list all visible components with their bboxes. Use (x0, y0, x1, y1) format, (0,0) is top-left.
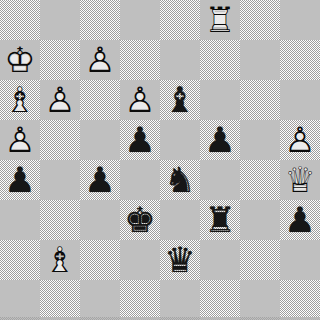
square-c7[interactable]: ♟♙ (80, 40, 120, 80)
square-e6[interactable]: ♝ (160, 80, 200, 120)
chess-diagram: ♜♖♚♔♟♙♝♗♟♙♟♙♝♟♙♟♟♟♙♟♟♞♛♕♚♜♟♝♗♛ (0, 0, 320, 320)
square-g2[interactable] (240, 240, 280, 280)
square-g5[interactable] (240, 120, 280, 160)
pawn-glyph-fill: ♟ (120, 120, 160, 160)
square-e2[interactable]: ♛ (160, 240, 200, 280)
square-b1[interactable] (40, 280, 80, 320)
queen-glyph-outline: ♕ (280, 160, 320, 200)
pawn-glyph-fill: ♟ (280, 200, 320, 240)
square-a3[interactable] (0, 200, 40, 240)
square-e4[interactable]: ♞ (160, 160, 200, 200)
square-h3[interactable]: ♟ (280, 200, 320, 240)
square-b4[interactable] (40, 160, 80, 200)
square-h7[interactable] (280, 40, 320, 80)
square-g4[interactable] (240, 160, 280, 200)
square-a1[interactable] (0, 280, 40, 320)
square-d8[interactable] (120, 0, 160, 40)
square-f7[interactable] (200, 40, 240, 80)
square-d4[interactable] (120, 160, 160, 200)
square-c2[interactable] (80, 240, 120, 280)
square-h4[interactable]: ♛♕ (280, 160, 320, 200)
square-a4[interactable]: ♟ (0, 160, 40, 200)
square-g6[interactable] (240, 80, 280, 120)
queen-glyph-fill: ♛ (160, 240, 200, 280)
square-e8[interactable] (160, 0, 200, 40)
pawn-glyph-outline: ♙ (0, 120, 40, 160)
square-d3[interactable]: ♚ (120, 200, 160, 240)
pawn-glyph-fill: ♟ (0, 160, 40, 200)
piece-black-pawn-c4[interactable]: ♟ (80, 160, 120, 200)
square-d2[interactable] (120, 240, 160, 280)
piece-white-bishop-b2[interactable]: ♝♗ (40, 240, 80, 280)
piece-black-rook-f3[interactable]: ♜ (200, 200, 240, 240)
piece-black-pawn-d5[interactable]: ♟ (120, 120, 160, 160)
square-a2[interactable] (0, 240, 40, 280)
square-h8[interactable] (280, 0, 320, 40)
piece-black-bishop-e6[interactable]: ♝ (160, 80, 200, 120)
square-c6[interactable] (80, 80, 120, 120)
rook-glyph-fill: ♜ (200, 200, 240, 240)
square-g3[interactable] (240, 200, 280, 240)
bishop-glyph-outline: ♗ (40, 240, 80, 280)
piece-white-pawn-a5[interactable]: ♟♙ (0, 120, 40, 160)
square-e5[interactable] (160, 120, 200, 160)
bishop-glyph-fill: ♝ (160, 80, 200, 120)
square-b7[interactable] (40, 40, 80, 80)
square-h5[interactable]: ♟♙ (280, 120, 320, 160)
piece-white-rook-f8[interactable]: ♜♖ (200, 0, 240, 40)
piece-white-bishop-a6[interactable]: ♝♗ (0, 80, 40, 120)
pawn-glyph-fill: ♟ (200, 120, 240, 160)
square-f5[interactable]: ♟ (200, 120, 240, 160)
square-b6[interactable]: ♟♙ (40, 80, 80, 120)
square-h1[interactable] (280, 280, 320, 320)
piece-white-pawn-h5[interactable]: ♟♙ (280, 120, 320, 160)
king-glyph-outline: ♔ (0, 40, 40, 80)
square-c3[interactable] (80, 200, 120, 240)
piece-white-king-a7[interactable]: ♚♔ (0, 40, 40, 80)
knight-glyph-fill: ♞ (160, 160, 200, 200)
square-a5[interactable]: ♟♙ (0, 120, 40, 160)
square-b8[interactable] (40, 0, 80, 40)
square-f6[interactable] (200, 80, 240, 120)
square-h6[interactable] (280, 80, 320, 120)
square-f4[interactable] (200, 160, 240, 200)
pawn-glyph-fill: ♟ (80, 160, 120, 200)
pawn-glyph-outline: ♙ (120, 80, 160, 120)
square-c8[interactable] (80, 0, 120, 40)
square-g8[interactable] (240, 0, 280, 40)
square-d5[interactable]: ♟ (120, 120, 160, 160)
square-b5[interactable] (40, 120, 80, 160)
square-g7[interactable] (240, 40, 280, 80)
square-h2[interactable] (280, 240, 320, 280)
square-d1[interactable] (120, 280, 160, 320)
square-d7[interactable] (120, 40, 160, 80)
piece-black-king-d3[interactable]: ♚ (120, 200, 160, 240)
square-g1[interactable] (240, 280, 280, 320)
bishop-glyph-outline: ♗ (0, 80, 40, 120)
square-b3[interactable] (40, 200, 80, 240)
square-c1[interactable] (80, 280, 120, 320)
square-e3[interactable] (160, 200, 200, 240)
piece-black-pawn-f5[interactable]: ♟ (200, 120, 240, 160)
piece-black-queen-e2[interactable]: ♛ (160, 240, 200, 280)
square-c4[interactable]: ♟ (80, 160, 120, 200)
square-d6[interactable]: ♟♙ (120, 80, 160, 120)
piece-black-pawn-h3[interactable]: ♟ (280, 200, 320, 240)
square-a7[interactable]: ♚♔ (0, 40, 40, 80)
pawn-glyph-outline: ♙ (280, 120, 320, 160)
square-c5[interactable] (80, 120, 120, 160)
square-a6[interactable]: ♝♗ (0, 80, 40, 120)
piece-white-pawn-b6[interactable]: ♟♙ (40, 80, 80, 120)
piece-black-pawn-a4[interactable]: ♟ (0, 160, 40, 200)
piece-white-pawn-c7[interactable]: ♟♙ (80, 40, 120, 80)
square-f1[interactable] (200, 280, 240, 320)
king-glyph-fill: ♚ (120, 200, 160, 240)
pawn-glyph-outline: ♙ (80, 40, 120, 80)
rook-glyph-outline: ♖ (200, 0, 240, 40)
piece-white-pawn-d6[interactable]: ♟♙ (120, 80, 160, 120)
square-a8[interactable] (0, 0, 40, 40)
square-b2[interactable]: ♝♗ (40, 240, 80, 280)
pawn-glyph-outline: ♙ (40, 80, 80, 120)
piece-white-queen-h4[interactable]: ♛♕ (280, 160, 320, 200)
square-f3[interactable]: ♜ (200, 200, 240, 240)
square-f8[interactable]: ♜♖ (200, 0, 240, 40)
square-f2[interactable] (200, 240, 240, 280)
square-e1[interactable] (160, 280, 200, 320)
square-e7[interactable] (160, 40, 200, 80)
piece-black-knight-e4[interactable]: ♞ (160, 160, 200, 200)
chess-board: ♜♖♚♔♟♙♝♗♟♙♟♙♝♟♙♟♟♟♙♟♟♞♛♕♚♜♟♝♗♛ (0, 0, 320, 320)
